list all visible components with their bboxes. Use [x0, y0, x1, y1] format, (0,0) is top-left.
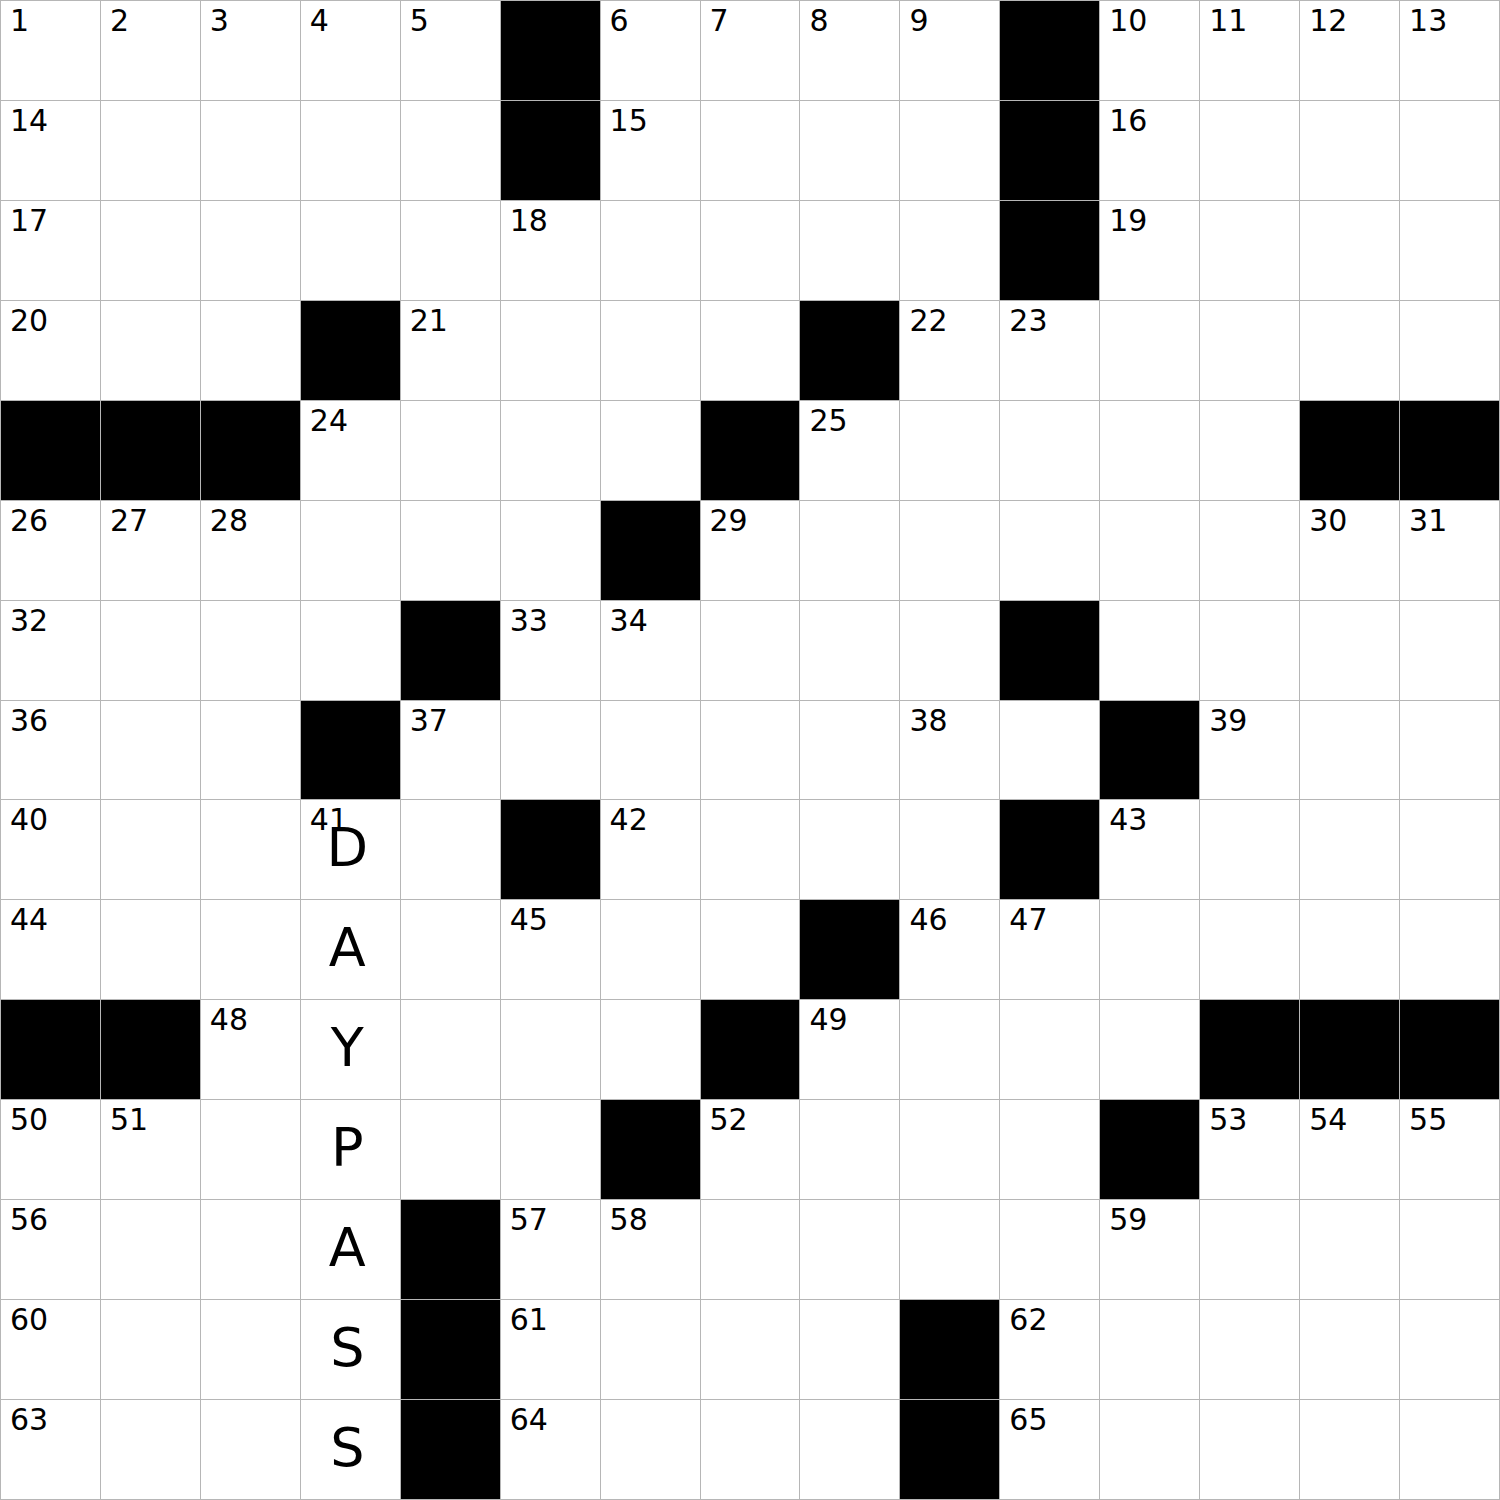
grid-cell[interactable]: 17 [1, 201, 101, 301]
grid-cell[interactable]: 13 [1400, 1, 1500, 101]
grid-cell[interactable]: 51 [101, 1100, 201, 1200]
grid-cell[interactable]: 21 [401, 301, 501, 401]
clue-number: 49 [809, 1005, 847, 1035]
clue-number: 42 [610, 805, 648, 835]
grid-cell[interactable]: 8 [800, 1, 900, 101]
clue-number: 25 [809, 406, 847, 436]
grid-cell[interactable]: 57 [501, 1200, 601, 1300]
grid-cell[interactable] [401, 501, 501, 601]
black-cell [701, 1000, 801, 1100]
grid-cell[interactable] [1000, 1000, 1100, 1100]
grid-cell[interactable]: S [301, 1400, 401, 1500]
black-cell [1, 1000, 101, 1100]
clue-number: 10 [1109, 6, 1147, 36]
grid-cell[interactable] [301, 201, 401, 301]
clue-number: 30 [1309, 506, 1347, 536]
grid-cell[interactable]: 19 [1100, 201, 1200, 301]
grid-cell[interactable]: 46 [900, 900, 1000, 1000]
grid-cell[interactable]: 16 [1100, 101, 1200, 201]
grid-cell[interactable] [301, 601, 401, 701]
clue-number: 12 [1309, 6, 1347, 36]
cell-letter: P [331, 1121, 364, 1175]
grid-cell[interactable] [1400, 1200, 1500, 1300]
black-cell [701, 401, 801, 501]
grid-cell[interactable] [900, 501, 1000, 601]
grid-cell[interactable] [1400, 201, 1500, 301]
grid-cell[interactable]: 54 [1300, 1100, 1400, 1200]
black-cell [401, 1400, 501, 1500]
grid-cell[interactable] [101, 101, 201, 201]
grid-cell[interactable]: 65 [1000, 1400, 1100, 1500]
black-cell [800, 301, 900, 401]
grid-cell[interactable] [501, 501, 601, 601]
cell-letter: D [326, 821, 368, 875]
grid-cell[interactable] [601, 1400, 701, 1500]
clue-number: 2 [110, 6, 129, 36]
grid-cell[interactable] [1000, 501, 1100, 601]
grid-cell[interactable] [1200, 101, 1300, 201]
grid-cell[interactable]: 9 [900, 1, 1000, 101]
grid-cell[interactable] [601, 701, 701, 801]
grid-cell[interactable] [900, 101, 1000, 201]
grid-cell[interactable]: 41D [301, 800, 401, 900]
black-cell [1000, 800, 1100, 900]
grid-cell[interactable] [1400, 1400, 1500, 1500]
grid-cell[interactable]: 18 [501, 201, 601, 301]
black-cell [1, 401, 101, 501]
clue-number: 50 [10, 1105, 48, 1135]
grid-cell[interactable] [101, 1200, 201, 1300]
clue-number: 20 [10, 306, 48, 336]
clue-number: 44 [10, 905, 48, 935]
grid-cell[interactable] [501, 1000, 601, 1100]
grid-cell[interactable] [401, 201, 501, 301]
grid-cell[interactable] [1300, 101, 1400, 201]
grid-cell[interactable] [701, 701, 801, 801]
grid-cell[interactable]: 26 [1, 501, 101, 601]
clue-number: 26 [10, 506, 48, 536]
grid-cell[interactable] [1300, 201, 1400, 301]
grid-cell[interactable]: 28 [201, 501, 301, 601]
black-cell [501, 1, 601, 101]
clue-number: 5 [410, 6, 429, 36]
grid-cell[interactable] [1200, 1200, 1300, 1300]
clue-number: 43 [1109, 805, 1147, 835]
grid-cell[interactable]: 11 [1200, 1, 1300, 101]
grid-cell[interactable]: 14 [1, 101, 101, 201]
grid-cell[interactable] [601, 201, 701, 301]
clue-number: 39 [1209, 706, 1247, 736]
grid-cell[interactable]: 29 [701, 501, 801, 601]
grid-cell[interactable] [201, 201, 301, 301]
grid-cell[interactable] [1000, 401, 1100, 501]
grid-cell[interactable] [900, 1100, 1000, 1200]
grid-cell[interactable] [900, 1000, 1000, 1100]
cell-letter: A [329, 1221, 366, 1275]
grid-cell[interactable] [1300, 1200, 1400, 1300]
clue-number: 17 [10, 206, 48, 236]
grid-cell[interactable]: 30 [1300, 501, 1400, 601]
grid-cell[interactable] [101, 900, 201, 1000]
grid-cell[interactable]: 50 [1, 1100, 101, 1200]
grid-cell[interactable] [800, 1200, 900, 1300]
grid-cell[interactable] [701, 900, 801, 1000]
clue-number: 4 [310, 6, 329, 36]
grid-cell[interactable]: 22 [900, 301, 1000, 401]
cell-letter: Y [331, 1021, 364, 1075]
grid-cell[interactable]: 10 [1100, 1, 1200, 101]
grid-cell[interactable] [401, 900, 501, 1000]
clue-number: 28 [210, 506, 248, 536]
grid-cell[interactable]: 38 [900, 701, 1000, 801]
grid-cell[interactable] [201, 1200, 301, 1300]
grid-cell[interactable]: 20 [1, 301, 101, 401]
grid-cell[interactable]: A [301, 900, 401, 1000]
grid-cell[interactable] [201, 900, 301, 1000]
black-cell [1000, 201, 1100, 301]
clue-number: 63 [10, 1405, 48, 1435]
grid-cell[interactable] [800, 101, 900, 201]
clue-number: 35 [1009, 606, 1047, 636]
grid-cell[interactable] [201, 1300, 301, 1400]
grid-cell[interactable] [1100, 1400, 1200, 1500]
grid-cell[interactable] [101, 1400, 201, 1500]
grid-cell[interactable] [401, 401, 501, 501]
cell-letter: S [330, 1321, 364, 1375]
grid-cell[interactable] [201, 800, 301, 900]
grid-cell[interactable] [1000, 1200, 1100, 1300]
grid-cell[interactable] [501, 401, 601, 501]
grid-cell[interactable] [701, 800, 801, 900]
clue-number: 48 [210, 1005, 248, 1035]
grid-cell[interactable]: 40 [1, 800, 101, 900]
clue-number: 38 [909, 706, 947, 736]
grid-cell[interactable] [601, 301, 701, 401]
grid-cell[interactable]: 58 [601, 1200, 701, 1300]
grid-cell[interactable] [501, 1100, 601, 1200]
grid-cell[interactable] [501, 701, 601, 801]
grid-cell[interactable] [101, 601, 201, 701]
clue-number: 8 [809, 6, 828, 36]
grid-cell[interactable] [1300, 601, 1400, 701]
clue-number: 53 [1209, 1105, 1247, 1135]
grid-cell[interactable]: Y [301, 1000, 401, 1100]
grid-cell[interactable]: 55 [1400, 1100, 1500, 1200]
clue-number: 21 [410, 306, 448, 336]
grid-cell[interactable] [800, 800, 900, 900]
grid-cell[interactable] [401, 1100, 501, 1200]
grid-cell[interactable] [1200, 601, 1300, 701]
clue-number: 22 [909, 306, 947, 336]
grid-cell[interactable] [1400, 800, 1500, 900]
black-cell [1400, 401, 1500, 501]
grid-cell[interactable] [1200, 900, 1300, 1000]
clue-number: 54 [1309, 1105, 1347, 1135]
clue-number: 7 [710, 6, 729, 36]
grid-cell[interactable] [1200, 401, 1300, 501]
grid-cell[interactable] [1100, 301, 1200, 401]
grid-cell[interactable] [701, 1400, 801, 1500]
clue-number: 18 [510, 206, 548, 236]
grid-cell[interactable]: A [301, 1200, 401, 1300]
grid-cell[interactable] [1100, 501, 1200, 601]
grid-cell[interactable]: 1 [1, 1, 101, 101]
grid-cell[interactable] [800, 201, 900, 301]
grid-cell[interactable] [800, 1100, 900, 1200]
grid-cell[interactable] [201, 301, 301, 401]
grid-cell[interactable]: 48 [201, 1000, 301, 1100]
grid-cell[interactable]: 2 [101, 1, 201, 101]
grid-cell[interactable]: 37 [401, 701, 501, 801]
grid-cell[interactable] [401, 800, 501, 900]
grid-cell[interactable]: 45 [501, 900, 601, 1000]
clue-number: 6 [610, 6, 629, 36]
grid-cell[interactable]: 43 [1100, 800, 1200, 900]
grid-cell[interactable] [800, 501, 900, 601]
grid-cell[interactable]: 24 [301, 401, 401, 501]
clue-number: 27 [110, 506, 148, 536]
crossword-grid: 1234567891011121314151617181920212223242… [0, 0, 1500, 1500]
grid-cell[interactable] [1100, 1000, 1200, 1100]
grid-cell[interactable]: 4 [301, 1, 401, 101]
grid-cell[interactable] [900, 601, 1000, 701]
clue-number: 56 [10, 1205, 48, 1235]
grid-cell[interactable] [1200, 201, 1300, 301]
grid-cell[interactable] [1300, 1400, 1400, 1500]
clue-number: 55 [1409, 1105, 1447, 1135]
grid-cell[interactable] [1300, 701, 1400, 801]
grid-cell[interactable] [1200, 301, 1300, 401]
grid-cell[interactable] [101, 701, 201, 801]
clue-number: 65 [1009, 1405, 1047, 1435]
clue-number: 11 [1209, 6, 1247, 36]
grid-cell[interactable] [101, 1300, 201, 1400]
clue-number: 14 [10, 106, 48, 136]
grid-cell[interactable] [101, 201, 201, 301]
grid-cell[interactable]: 33 [501, 601, 601, 701]
clue-number: 23 [1009, 306, 1047, 336]
grid-cell[interactable] [201, 701, 301, 801]
grid-cell[interactable] [1300, 900, 1400, 1000]
clue-number: 61 [510, 1305, 548, 1335]
clue-number: 51 [110, 1105, 148, 1135]
clue-number: 52 [710, 1105, 748, 1135]
black-cell [301, 301, 401, 401]
grid-cell[interactable]: 60 [1, 1300, 101, 1400]
grid-cell[interactable] [401, 1000, 501, 1100]
grid-cell[interactable] [101, 301, 201, 401]
grid-cell[interactable]: 52 [701, 1100, 801, 1200]
grid-cell[interactable]: 5 [401, 1, 501, 101]
black-cell [1100, 701, 1200, 801]
clue-number: 40 [10, 805, 48, 835]
black-cell [900, 1300, 1000, 1400]
grid-cell[interactable] [900, 401, 1000, 501]
grid-cell[interactable]: 47 [1000, 900, 1100, 1000]
grid-cell[interactable] [800, 1400, 900, 1500]
grid-cell[interactable] [900, 800, 1000, 900]
black-cell [501, 800, 601, 900]
grid-cell[interactable]: S [301, 1300, 401, 1400]
black-cell [501, 101, 601, 201]
grid-cell[interactable]: 53 [1200, 1100, 1300, 1200]
clue-number: 3 [210, 6, 229, 36]
grid-cell[interactable] [1200, 1300, 1300, 1400]
grid-cell[interactable] [601, 900, 701, 1000]
grid-cell[interactable]: P [301, 1100, 401, 1200]
black-cell [201, 401, 301, 501]
clue-number: 16 [1109, 106, 1147, 136]
clue-number: 59 [1109, 1205, 1147, 1235]
clue-number: 58 [610, 1205, 648, 1235]
black-cell [1300, 401, 1400, 501]
grid-cell[interactable]: 6 [601, 1, 701, 101]
black-cell [301, 701, 401, 801]
clue-number: 31 [1409, 506, 1447, 536]
grid-cell[interactable] [900, 201, 1000, 301]
grid-cell[interactable] [1400, 601, 1500, 701]
clue-number: 9 [909, 6, 928, 36]
black-cell [101, 1000, 201, 1100]
black-cell [800, 900, 900, 1000]
grid-cell[interactable]: 3 [201, 1, 301, 101]
black-cell [1200, 1000, 1300, 1100]
black-cell [601, 1100, 701, 1200]
grid-cell[interactable]: 32 [1, 601, 101, 701]
grid-cell[interactable]: 63 [1, 1400, 101, 1500]
grid-cell[interactable]: 39 [1200, 701, 1300, 801]
grid-cell[interactable] [1100, 401, 1200, 501]
grid-cell[interactable] [1100, 1300, 1200, 1400]
grid-cell[interactable] [201, 1400, 301, 1500]
grid-cell[interactable] [1200, 1400, 1300, 1500]
grid-cell[interactable] [301, 101, 401, 201]
grid-cell[interactable] [800, 701, 900, 801]
grid-cell[interactable] [1000, 1100, 1100, 1200]
grid-cell[interactable] [701, 1200, 801, 1300]
grid-cell[interactable] [1400, 101, 1500, 201]
clue-number: 1 [10, 6, 29, 36]
clue-number: 32 [10, 606, 48, 636]
grid-cell[interactable] [701, 301, 801, 401]
black-cell [401, 1200, 501, 1300]
grid-cell[interactable] [201, 1100, 301, 1200]
grid-cell[interactable] [1400, 701, 1500, 801]
grid-cell[interactable]: 64 [501, 1400, 601, 1500]
grid-cell[interactable] [101, 800, 201, 900]
grid-cell[interactable] [701, 201, 801, 301]
grid-cell[interactable]: 61 [501, 1300, 601, 1400]
grid-cell[interactable] [800, 1300, 900, 1400]
clue-number: 24 [310, 406, 348, 436]
black-cell [1300, 1000, 1400, 1100]
black-cell [601, 501, 701, 601]
grid-cell[interactable] [601, 401, 701, 501]
clue-number: 62 [1009, 1305, 1047, 1335]
grid-cell[interactable] [1400, 301, 1500, 401]
clue-number: 13 [1409, 6, 1447, 36]
clue-number: 45 [510, 905, 548, 935]
clue-number: 36 [10, 706, 48, 736]
black-cell: 35 [1000, 601, 1100, 701]
black-cell [1000, 101, 1100, 201]
grid-cell[interactable] [701, 1300, 801, 1400]
grid-cell[interactable]: 27 [101, 501, 201, 601]
grid-cell[interactable] [1200, 800, 1300, 900]
grid-cell[interactable] [1000, 701, 1100, 801]
grid-cell[interactable]: 36 [1, 701, 101, 801]
grid-cell[interactable]: 44 [1, 900, 101, 1000]
black-cell [401, 1300, 501, 1400]
grid-cell[interactable]: 62 [1000, 1300, 1100, 1400]
grid-cell[interactable] [601, 1000, 701, 1100]
clue-number: 46 [909, 905, 947, 935]
clue-number: 29 [710, 506, 748, 536]
grid-cell[interactable] [201, 101, 301, 201]
grid-cell[interactable] [701, 101, 801, 201]
grid-cell[interactable] [601, 1300, 701, 1400]
grid-cell[interactable]: 56 [1, 1200, 101, 1300]
grid-cell[interactable]: 31 [1400, 501, 1500, 601]
grid-cell[interactable] [501, 301, 601, 401]
grid-cell[interactable]: 23 [1000, 301, 1100, 401]
grid-cell[interactable] [1300, 1300, 1400, 1400]
grid-cell[interactable] [401, 101, 501, 201]
grid-cell[interactable] [1200, 501, 1300, 601]
grid-cell[interactable] [1100, 900, 1200, 1000]
clue-number: 37 [410, 706, 448, 736]
grid-cell[interactable]: 25 [800, 401, 900, 501]
grid-cell[interactable]: 7 [701, 1, 801, 101]
grid-cell[interactable] [701, 601, 801, 701]
grid-cell[interactable] [1100, 601, 1200, 701]
clue-number: 47 [1009, 905, 1047, 935]
cell-letter: S [330, 1421, 364, 1475]
grid-cell[interactable] [1400, 1300, 1500, 1400]
black-cell [900, 1400, 1000, 1500]
grid-cell[interactable]: 42 [601, 800, 701, 900]
grid-cell[interactable] [1300, 301, 1400, 401]
clue-number: 15 [610, 106, 648, 136]
black-cell [101, 401, 201, 501]
clue-number: 64 [510, 1405, 548, 1435]
grid-cell[interactable]: 34 [601, 601, 701, 701]
grid-cell[interactable] [900, 1200, 1000, 1300]
clue-number: 60 [10, 1305, 48, 1335]
clue-number: 19 [1109, 206, 1147, 236]
cell-letter: A [329, 921, 366, 975]
clue-number: 34 [610, 606, 648, 636]
black-cell [1400, 1000, 1500, 1100]
grid-cell[interactable]: 59 [1100, 1200, 1200, 1300]
grid-cell[interactable] [201, 601, 301, 701]
grid-cell[interactable]: 12 [1300, 1, 1400, 101]
black-cell [1100, 1100, 1200, 1200]
grid-cell[interactable] [1400, 900, 1500, 1000]
grid-cell[interactable]: 49 [800, 1000, 900, 1100]
clue-number: 57 [510, 1205, 548, 1235]
grid-cell[interactable] [301, 501, 401, 601]
grid-cell[interactable] [1300, 800, 1400, 900]
black-cell [401, 601, 501, 701]
grid-cell[interactable] [800, 601, 900, 701]
black-cell [1000, 1, 1100, 101]
clue-number: 33 [510, 606, 548, 636]
grid-cell[interactable]: 15 [601, 101, 701, 201]
